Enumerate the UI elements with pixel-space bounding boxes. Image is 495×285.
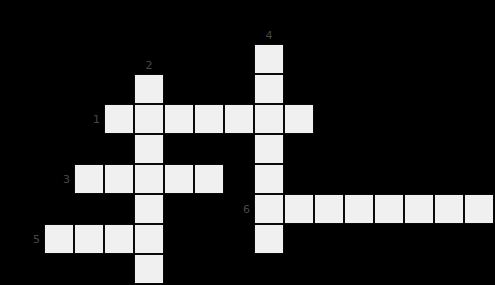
crossword-cell-r6c0[interactable] bbox=[44, 224, 74, 254]
crossword-cell-r5c11[interactable] bbox=[374, 194, 404, 224]
crossword-cell-r5c7[interactable] bbox=[254, 194, 284, 224]
crossword-cell-r4c4[interactable] bbox=[164, 164, 194, 194]
crossword-cell-r2c4[interactable] bbox=[164, 104, 194, 134]
crossword-cell-r0c7[interactable] bbox=[254, 44, 284, 74]
clue-number-1: 1 bbox=[93, 114, 100, 125]
crossword-cell-r3c3[interactable] bbox=[134, 134, 164, 164]
crossword-cell-r1c7[interactable] bbox=[254, 74, 284, 104]
crossword-cell-r5c14[interactable] bbox=[464, 194, 494, 224]
clue-number-4: 4 bbox=[266, 30, 273, 41]
crossword-cell-r6c2[interactable] bbox=[104, 224, 134, 254]
crossword-cell-r5c8[interactable] bbox=[284, 194, 314, 224]
clue-number-3: 3 bbox=[63, 174, 70, 185]
crossword-cell-r6c7[interactable] bbox=[254, 224, 284, 254]
crossword-cell-r4c3[interactable] bbox=[134, 164, 164, 194]
crossword-cell-r2c2[interactable] bbox=[104, 104, 134, 134]
clue-number-6: 6 bbox=[243, 204, 250, 215]
crossword-cell-r5c3[interactable] bbox=[134, 194, 164, 224]
clue-number-5: 5 bbox=[33, 234, 40, 245]
crossword-cell-r2c8[interactable] bbox=[284, 104, 314, 134]
crossword-cell-r5c9[interactable] bbox=[314, 194, 344, 224]
crossword-cell-r6c3[interactable] bbox=[134, 224, 164, 254]
crossword-cell-r2c7[interactable] bbox=[254, 104, 284, 134]
crossword-grid bbox=[44, 44, 494, 284]
clue-number-2: 2 bbox=[146, 60, 153, 71]
crossword-cell-r7c3[interactable] bbox=[134, 254, 164, 284]
crossword-cell-r4c7[interactable] bbox=[254, 164, 284, 194]
crossword-cell-r6c1[interactable] bbox=[74, 224, 104, 254]
crossword-cell-r2c3[interactable] bbox=[134, 104, 164, 134]
crossword-cell-r1c3[interactable] bbox=[134, 74, 164, 104]
crossword-board: 123456 bbox=[0, 0, 495, 285]
crossword-cell-r4c2[interactable] bbox=[104, 164, 134, 194]
crossword-cell-r5c13[interactable] bbox=[434, 194, 464, 224]
crossword-cell-r4c1[interactable] bbox=[74, 164, 104, 194]
crossword-cell-r5c12[interactable] bbox=[404, 194, 434, 224]
crossword-cell-r3c7[interactable] bbox=[254, 134, 284, 164]
crossword-cell-r2c5[interactable] bbox=[194, 104, 224, 134]
crossword-cell-r5c10[interactable] bbox=[344, 194, 374, 224]
crossword-cell-r2c6[interactable] bbox=[224, 104, 254, 134]
crossword-cell-r4c5[interactable] bbox=[194, 164, 224, 194]
